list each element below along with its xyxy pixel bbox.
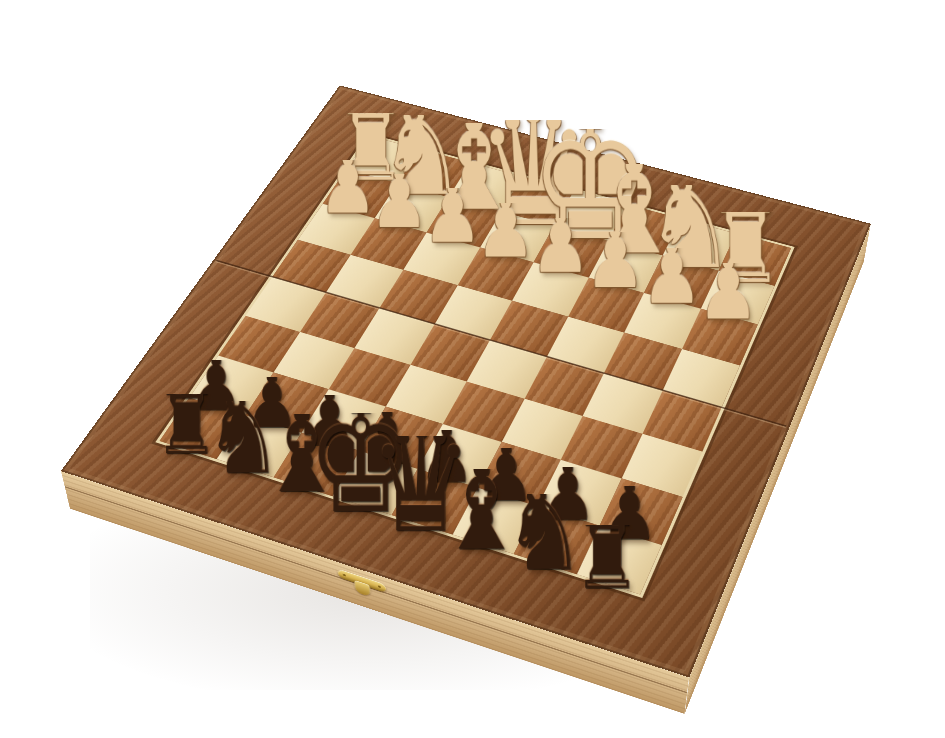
chess-board: ♜♞♝♛♚♝♞♜♟♟♟♟♟♟♟♟♟♟♟♟♟♟♟♟♜♞♝♚♛♝♞♜ bbox=[160, 136, 791, 595]
folding-chess-box: ♜♞♝♛♚♝♞♜♟♟♟♟♟♟♟♟♟♟♟♟♟♟♟♟♜♞♝♚♛♝♞♜ bbox=[61, 85, 871, 677]
piece-black-rook[interactable]: ♜ bbox=[548, 525, 667, 585]
product-photo: ♜♞♝♛♚♝♞♜♟♟♟♟♟♟♟♟♟♟♟♟♟♟♟♟♜♞♝♚♛♝♞♜ bbox=[0, 0, 945, 738]
board-top-face: ♜♞♝♛♚♝♞♜♟♟♟♟♟♟♟♟♟♟♟♟♟♟♟♟♜♞♝♚♛♝♞♜ bbox=[61, 85, 871, 677]
square-a2[interactable]: ♟ bbox=[700, 270, 774, 324]
square-a8[interactable]: ♜ bbox=[576, 525, 661, 594]
piece-white-pawn[interactable]: ♟ bbox=[676, 263, 781, 316]
